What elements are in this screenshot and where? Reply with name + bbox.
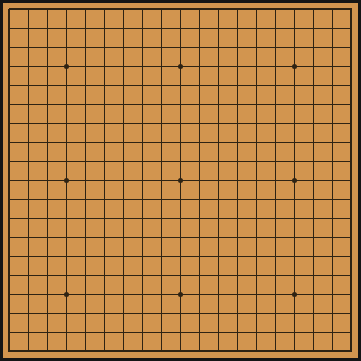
intersection-K10[interactable] [171, 171, 190, 190]
intersection-M17[interactable] [209, 304, 228, 323]
intersection-L3[interactable] [190, 38, 209, 57]
intersection-Q1[interactable] [285, 0, 304, 19]
intersection-K19[interactable] [171, 342, 190, 361]
intersection-Q8[interactable] [285, 133, 304, 152]
intersection-G18[interactable] [114, 323, 133, 342]
intersection-O6[interactable] [247, 95, 266, 114]
intersection-F16[interactable] [95, 285, 114, 304]
intersection-Q5[interactable] [285, 76, 304, 95]
intersection-L12[interactable] [190, 209, 209, 228]
intersection-F6[interactable] [95, 95, 114, 114]
intersection-T3[interactable] [342, 38, 361, 57]
intersection-H9[interactable] [133, 152, 152, 171]
intersection-H7[interactable] [133, 114, 152, 133]
intersection-C11[interactable] [38, 190, 57, 209]
intersection-J5[interactable] [152, 76, 171, 95]
intersection-R1[interactable] [304, 0, 323, 19]
intersection-M2[interactable] [209, 19, 228, 38]
intersection-P11[interactable] [266, 190, 285, 209]
intersection-C10[interactable] [38, 171, 57, 190]
intersection-E7[interactable] [76, 114, 95, 133]
intersection-H16[interactable] [133, 285, 152, 304]
intersection-N8[interactable] [228, 133, 247, 152]
intersection-S15[interactable] [323, 266, 342, 285]
intersection-Q19[interactable] [285, 342, 304, 361]
intersection-S1[interactable] [323, 0, 342, 19]
intersection-S4[interactable] [323, 57, 342, 76]
intersection-T14[interactable] [342, 247, 361, 266]
intersection-G10[interactable] [114, 171, 133, 190]
intersection-H11[interactable] [133, 190, 152, 209]
intersection-M7[interactable] [209, 114, 228, 133]
intersection-R8[interactable] [304, 133, 323, 152]
intersection-C18[interactable] [38, 323, 57, 342]
intersection-T19[interactable] [342, 342, 361, 361]
intersection-F1[interactable] [95, 0, 114, 19]
intersection-G6[interactable] [114, 95, 133, 114]
intersection-C4[interactable] [38, 57, 57, 76]
intersection-P3[interactable] [266, 38, 285, 57]
intersection-N5[interactable] [228, 76, 247, 95]
intersection-K2[interactable] [171, 19, 190, 38]
intersection-M6[interactable] [209, 95, 228, 114]
intersection-K18[interactable] [171, 323, 190, 342]
intersection-D10[interactable] [57, 171, 76, 190]
intersection-F14[interactable] [95, 247, 114, 266]
intersection-J6[interactable] [152, 95, 171, 114]
intersection-P6[interactable] [266, 95, 285, 114]
intersection-D5[interactable] [57, 76, 76, 95]
intersection-C14[interactable] [38, 247, 57, 266]
intersection-D9[interactable] [57, 152, 76, 171]
intersection-H1[interactable] [133, 0, 152, 19]
intersection-R13[interactable] [304, 228, 323, 247]
intersection-K5[interactable] [171, 76, 190, 95]
intersection-E6[interactable] [76, 95, 95, 114]
intersection-N13[interactable] [228, 228, 247, 247]
intersection-B18[interactable] [19, 323, 38, 342]
intersection-E2[interactable] [76, 19, 95, 38]
intersection-Q17[interactable] [285, 304, 304, 323]
intersection-S19[interactable] [323, 342, 342, 361]
intersection-N18[interactable] [228, 323, 247, 342]
intersection-G15[interactable] [114, 266, 133, 285]
intersection-E17[interactable] [76, 304, 95, 323]
intersection-J17[interactable] [152, 304, 171, 323]
intersection-A2[interactable] [0, 19, 19, 38]
intersection-P15[interactable] [266, 266, 285, 285]
intersection-T1[interactable] [342, 0, 361, 19]
intersection-O3[interactable] [247, 38, 266, 57]
intersection-J11[interactable] [152, 190, 171, 209]
intersection-T7[interactable] [342, 114, 361, 133]
intersection-B4[interactable] [19, 57, 38, 76]
intersection-L4[interactable] [190, 57, 209, 76]
intersection-K15[interactable] [171, 266, 190, 285]
intersection-S11[interactable] [323, 190, 342, 209]
intersection-F2[interactable] [95, 19, 114, 38]
intersection-M19[interactable] [209, 342, 228, 361]
intersection-S13[interactable] [323, 228, 342, 247]
intersection-Q10[interactable] [285, 171, 304, 190]
intersection-N15[interactable] [228, 266, 247, 285]
intersection-F15[interactable] [95, 266, 114, 285]
intersection-A19[interactable] [0, 342, 19, 361]
intersection-K1[interactable] [171, 0, 190, 19]
intersection-B2[interactable] [19, 19, 38, 38]
intersection-M11[interactable] [209, 190, 228, 209]
intersection-R16[interactable] [304, 285, 323, 304]
intersection-S12[interactable] [323, 209, 342, 228]
intersection-C7[interactable] [38, 114, 57, 133]
intersection-S2[interactable] [323, 19, 342, 38]
intersection-O5[interactable] [247, 76, 266, 95]
intersection-A15[interactable] [0, 266, 19, 285]
intersection-B1[interactable] [19, 0, 38, 19]
intersection-J19[interactable] [152, 342, 171, 361]
intersection-C19[interactable] [38, 342, 57, 361]
intersection-K6[interactable] [171, 95, 190, 114]
intersection-J10[interactable] [152, 171, 171, 190]
intersection-T11[interactable] [342, 190, 361, 209]
intersection-D18[interactable] [57, 323, 76, 342]
intersection-E19[interactable] [76, 342, 95, 361]
intersection-E14[interactable] [76, 247, 95, 266]
intersection-S6[interactable] [323, 95, 342, 114]
intersection-D1[interactable] [57, 0, 76, 19]
intersection-A5[interactable] [0, 76, 19, 95]
intersection-H17[interactable] [133, 304, 152, 323]
intersection-T18[interactable] [342, 323, 361, 342]
intersection-G1[interactable] [114, 0, 133, 19]
intersection-P4[interactable] [266, 57, 285, 76]
intersection-E9[interactable] [76, 152, 95, 171]
intersection-B15[interactable] [19, 266, 38, 285]
intersection-O12[interactable] [247, 209, 266, 228]
intersection-N17[interactable] [228, 304, 247, 323]
intersection-O2[interactable] [247, 19, 266, 38]
intersection-H12[interactable] [133, 209, 152, 228]
intersection-R12[interactable] [304, 209, 323, 228]
intersection-J15[interactable] [152, 266, 171, 285]
intersection-M5[interactable] [209, 76, 228, 95]
intersection-L6[interactable] [190, 95, 209, 114]
intersection-H8[interactable] [133, 133, 152, 152]
intersection-G12[interactable] [114, 209, 133, 228]
intersection-N11[interactable] [228, 190, 247, 209]
intersection-P13[interactable] [266, 228, 285, 247]
intersection-B9[interactable] [19, 152, 38, 171]
intersection-L15[interactable] [190, 266, 209, 285]
intersection-L8[interactable] [190, 133, 209, 152]
intersection-B19[interactable] [19, 342, 38, 361]
intersection-T8[interactable] [342, 133, 361, 152]
intersection-O15[interactable] [247, 266, 266, 285]
intersection-O7[interactable] [247, 114, 266, 133]
intersection-J14[interactable] [152, 247, 171, 266]
intersection-L5[interactable] [190, 76, 209, 95]
intersection-F19[interactable] [95, 342, 114, 361]
intersection-S8[interactable] [323, 133, 342, 152]
intersection-C3[interactable] [38, 38, 57, 57]
intersection-D8[interactable] [57, 133, 76, 152]
intersection-G17[interactable] [114, 304, 133, 323]
intersection-O4[interactable] [247, 57, 266, 76]
intersection-C9[interactable] [38, 152, 57, 171]
intersection-E18[interactable] [76, 323, 95, 342]
intersection-B6[interactable] [19, 95, 38, 114]
intersection-C6[interactable] [38, 95, 57, 114]
intersection-N19[interactable] [228, 342, 247, 361]
intersection-E11[interactable] [76, 190, 95, 209]
intersection-K3[interactable] [171, 38, 190, 57]
intersection-E13[interactable] [76, 228, 95, 247]
intersection-O18[interactable] [247, 323, 266, 342]
intersection-L10[interactable] [190, 171, 209, 190]
intersection-S18[interactable] [323, 323, 342, 342]
intersection-M13[interactable] [209, 228, 228, 247]
intersection-B14[interactable] [19, 247, 38, 266]
intersection-R15[interactable] [304, 266, 323, 285]
intersection-N14[interactable] [228, 247, 247, 266]
intersection-M9[interactable] [209, 152, 228, 171]
intersection-K8[interactable] [171, 133, 190, 152]
intersection-K16[interactable] [171, 285, 190, 304]
intersection-R17[interactable] [304, 304, 323, 323]
intersection-J13[interactable] [152, 228, 171, 247]
intersection-P16[interactable] [266, 285, 285, 304]
intersection-M15[interactable] [209, 266, 228, 285]
intersection-B5[interactable] [19, 76, 38, 95]
intersection-E4[interactable] [76, 57, 95, 76]
intersection-Q3[interactable] [285, 38, 304, 57]
intersection-K9[interactable] [171, 152, 190, 171]
intersection-L2[interactable] [190, 19, 209, 38]
intersection-D2[interactable] [57, 19, 76, 38]
intersection-T10[interactable] [342, 171, 361, 190]
intersection-C2[interactable] [38, 19, 57, 38]
intersection-B16[interactable] [19, 285, 38, 304]
intersection-A7[interactable] [0, 114, 19, 133]
intersection-A9[interactable] [0, 152, 19, 171]
intersection-T17[interactable] [342, 304, 361, 323]
intersection-M16[interactable] [209, 285, 228, 304]
intersection-F8[interactable] [95, 133, 114, 152]
intersection-A11[interactable] [0, 190, 19, 209]
intersection-F9[interactable] [95, 152, 114, 171]
intersection-N2[interactable] [228, 19, 247, 38]
intersection-K7[interactable] [171, 114, 190, 133]
intersection-A16[interactable] [0, 285, 19, 304]
intersection-Q7[interactable] [285, 114, 304, 133]
intersection-D4[interactable] [57, 57, 76, 76]
intersection-F5[interactable] [95, 76, 114, 95]
intersection-Q6[interactable] [285, 95, 304, 114]
intersection-N16[interactable] [228, 285, 247, 304]
intersection-R4[interactable] [304, 57, 323, 76]
intersection-K13[interactable] [171, 228, 190, 247]
intersection-P14[interactable] [266, 247, 285, 266]
intersection-S14[interactable] [323, 247, 342, 266]
intersection-M8[interactable] [209, 133, 228, 152]
intersection-O8[interactable] [247, 133, 266, 152]
intersection-R3[interactable] [304, 38, 323, 57]
intersection-Q2[interactable] [285, 19, 304, 38]
intersection-A18[interactable] [0, 323, 19, 342]
intersection-D7[interactable] [57, 114, 76, 133]
intersection-P17[interactable] [266, 304, 285, 323]
intersection-F12[interactable] [95, 209, 114, 228]
intersection-R2[interactable] [304, 19, 323, 38]
intersection-P1[interactable] [266, 0, 285, 19]
intersection-D14[interactable] [57, 247, 76, 266]
intersection-C17[interactable] [38, 304, 57, 323]
intersection-G16[interactable] [114, 285, 133, 304]
intersection-B13[interactable] [19, 228, 38, 247]
intersection-D3[interactable] [57, 38, 76, 57]
intersection-H2[interactable] [133, 19, 152, 38]
intersection-H19[interactable] [133, 342, 152, 361]
intersection-T4[interactable] [342, 57, 361, 76]
intersection-K4[interactable] [171, 57, 190, 76]
intersection-E12[interactable] [76, 209, 95, 228]
intersection-L7[interactable] [190, 114, 209, 133]
intersection-B10[interactable] [19, 171, 38, 190]
intersection-F4[interactable] [95, 57, 114, 76]
intersection-S10[interactable] [323, 171, 342, 190]
intersection-L18[interactable] [190, 323, 209, 342]
intersection-N7[interactable] [228, 114, 247, 133]
intersection-Q14[interactable] [285, 247, 304, 266]
intersection-L13[interactable] [190, 228, 209, 247]
intersection-R5[interactable] [304, 76, 323, 95]
intersection-G11[interactable] [114, 190, 133, 209]
intersection-J18[interactable] [152, 323, 171, 342]
intersection-Q16[interactable] [285, 285, 304, 304]
intersection-M4[interactable] [209, 57, 228, 76]
intersection-Q15[interactable] [285, 266, 304, 285]
intersection-O17[interactable] [247, 304, 266, 323]
intersection-H5[interactable] [133, 76, 152, 95]
intersection-J12[interactable] [152, 209, 171, 228]
intersection-T5[interactable] [342, 76, 361, 95]
intersection-J16[interactable] [152, 285, 171, 304]
intersection-Q9[interactable] [285, 152, 304, 171]
intersection-N10[interactable] [228, 171, 247, 190]
intersection-F7[interactable] [95, 114, 114, 133]
intersection-E16[interactable] [76, 285, 95, 304]
intersection-P12[interactable] [266, 209, 285, 228]
intersection-P2[interactable] [266, 19, 285, 38]
intersection-E15[interactable] [76, 266, 95, 285]
intersection-R6[interactable] [304, 95, 323, 114]
intersection-A14[interactable] [0, 247, 19, 266]
intersection-H14[interactable] [133, 247, 152, 266]
intersection-R9[interactable] [304, 152, 323, 171]
intersection-Q4[interactable] [285, 57, 304, 76]
intersection-A1[interactable] [0, 0, 19, 19]
intersection-C8[interactable] [38, 133, 57, 152]
intersection-L19[interactable] [190, 342, 209, 361]
intersection-F3[interactable] [95, 38, 114, 57]
intersection-K14[interactable] [171, 247, 190, 266]
intersection-D13[interactable] [57, 228, 76, 247]
intersection-B11[interactable] [19, 190, 38, 209]
intersection-R7[interactable] [304, 114, 323, 133]
intersection-E3[interactable] [76, 38, 95, 57]
intersection-E5[interactable] [76, 76, 95, 95]
intersection-R19[interactable] [304, 342, 323, 361]
intersection-J2[interactable] [152, 19, 171, 38]
intersection-C12[interactable] [38, 209, 57, 228]
intersection-O1[interactable] [247, 0, 266, 19]
intersection-C13[interactable] [38, 228, 57, 247]
intersection-O14[interactable] [247, 247, 266, 266]
intersection-C15[interactable] [38, 266, 57, 285]
intersection-O16[interactable] [247, 285, 266, 304]
intersection-P10[interactable] [266, 171, 285, 190]
intersection-L1[interactable] [190, 0, 209, 19]
intersection-D16[interactable] [57, 285, 76, 304]
intersection-S5[interactable] [323, 76, 342, 95]
intersection-D12[interactable] [57, 209, 76, 228]
intersection-T9[interactable] [342, 152, 361, 171]
intersection-C16[interactable] [38, 285, 57, 304]
intersection-T16[interactable] [342, 285, 361, 304]
intersection-D17[interactable] [57, 304, 76, 323]
intersection-P9[interactable] [266, 152, 285, 171]
intersection-K12[interactable] [171, 209, 190, 228]
intersection-J7[interactable] [152, 114, 171, 133]
intersection-J9[interactable] [152, 152, 171, 171]
intersection-O10[interactable] [247, 171, 266, 190]
intersection-O13[interactable] [247, 228, 266, 247]
intersection-T13[interactable] [342, 228, 361, 247]
intersection-R18[interactable] [304, 323, 323, 342]
intersection-S16[interactable] [323, 285, 342, 304]
intersection-D6[interactable] [57, 95, 76, 114]
intersection-H13[interactable] [133, 228, 152, 247]
intersection-S9[interactable] [323, 152, 342, 171]
intersection-M10[interactable] [209, 171, 228, 190]
intersection-J8[interactable] [152, 133, 171, 152]
intersection-S7[interactable] [323, 114, 342, 133]
intersection-A17[interactable] [0, 304, 19, 323]
intersection-H3[interactable] [133, 38, 152, 57]
intersection-C1[interactable] [38, 0, 57, 19]
intersection-K17[interactable] [171, 304, 190, 323]
intersection-G8[interactable] [114, 133, 133, 152]
intersection-K11[interactable] [171, 190, 190, 209]
intersection-B17[interactable] [19, 304, 38, 323]
intersection-O19[interactable] [247, 342, 266, 361]
intersection-L17[interactable] [190, 304, 209, 323]
intersection-Q18[interactable] [285, 323, 304, 342]
intersection-R14[interactable] [304, 247, 323, 266]
intersection-B8[interactable] [19, 133, 38, 152]
intersection-H10[interactable] [133, 171, 152, 190]
intersection-L16[interactable] [190, 285, 209, 304]
intersection-M14[interactable] [209, 247, 228, 266]
intersection-E8[interactable] [76, 133, 95, 152]
intersection-G19[interactable] [114, 342, 133, 361]
intersection-D11[interactable] [57, 190, 76, 209]
intersection-M1[interactable] [209, 0, 228, 19]
intersection-E1[interactable] [76, 0, 95, 19]
intersection-A12[interactable] [0, 209, 19, 228]
intersection-T2[interactable] [342, 19, 361, 38]
intersection-D15[interactable] [57, 266, 76, 285]
